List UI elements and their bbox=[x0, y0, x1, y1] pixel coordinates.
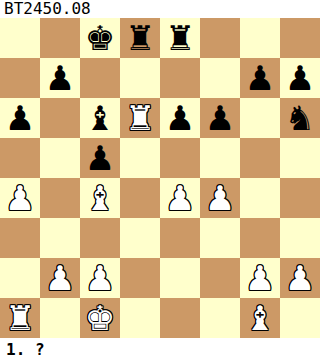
square-g4[interactable] bbox=[240, 178, 280, 218]
square-f3[interactable] bbox=[200, 218, 240, 258]
square-e3[interactable] bbox=[160, 218, 200, 258]
black-rook-e8[interactable]: ♜ bbox=[165, 18, 195, 58]
white-pawn-c2[interactable]: ♟ bbox=[85, 258, 115, 298]
square-a5[interactable] bbox=[0, 138, 40, 178]
square-e7[interactable] bbox=[160, 58, 200, 98]
square-h6[interactable]: ♞ bbox=[280, 98, 320, 138]
square-a8[interactable] bbox=[0, 18, 40, 58]
black-pawn-a6[interactable]: ♟ bbox=[5, 98, 35, 138]
white-rook-a1[interactable]: ♜ bbox=[5, 298, 35, 338]
square-f5[interactable] bbox=[200, 138, 240, 178]
move-prompt: 1. ? bbox=[0, 338, 320, 359]
square-h1[interactable] bbox=[280, 298, 320, 338]
square-d3[interactable] bbox=[120, 218, 160, 258]
square-f4[interactable]: ♟ bbox=[200, 178, 240, 218]
square-b4[interactable] bbox=[40, 178, 80, 218]
black-bishop-c6[interactable]: ♝ bbox=[85, 98, 115, 138]
square-e8[interactable]: ♜ bbox=[160, 18, 200, 58]
square-d4[interactable] bbox=[120, 178, 160, 218]
square-d7[interactable] bbox=[120, 58, 160, 98]
black-king-c8[interactable]: ♚ bbox=[85, 18, 115, 58]
square-b5[interactable] bbox=[40, 138, 80, 178]
square-h7[interactable]: ♟ bbox=[280, 58, 320, 98]
square-f8[interactable] bbox=[200, 18, 240, 58]
square-e6[interactable]: ♟ bbox=[160, 98, 200, 138]
square-a7[interactable] bbox=[0, 58, 40, 98]
black-pawn-h7[interactable]: ♟ bbox=[285, 58, 315, 98]
black-rook-d8[interactable]: ♜ bbox=[125, 18, 155, 58]
square-g2[interactable]: ♟ bbox=[240, 258, 280, 298]
black-pawn-g7[interactable]: ♟ bbox=[245, 58, 275, 98]
square-f1[interactable] bbox=[200, 298, 240, 338]
square-h8[interactable] bbox=[280, 18, 320, 58]
square-b7[interactable]: ♟ bbox=[40, 58, 80, 98]
white-king-c1[interactable]: ♚ bbox=[85, 298, 115, 338]
square-e4[interactable]: ♟ bbox=[160, 178, 200, 218]
black-pawn-f6[interactable]: ♟ bbox=[205, 98, 235, 138]
square-e5[interactable] bbox=[160, 138, 200, 178]
white-pawn-b2[interactable]: ♟ bbox=[45, 258, 75, 298]
white-bishop-c4[interactable]: ♝ bbox=[85, 178, 115, 218]
square-f2[interactable] bbox=[200, 258, 240, 298]
square-c7[interactable] bbox=[80, 58, 120, 98]
square-h2[interactable]: ♟ bbox=[280, 258, 320, 298]
square-b2[interactable]: ♟ bbox=[40, 258, 80, 298]
square-h3[interactable] bbox=[280, 218, 320, 258]
square-d5[interactable] bbox=[120, 138, 160, 178]
square-g5[interactable] bbox=[240, 138, 280, 178]
white-pawn-e4[interactable]: ♟ bbox=[165, 178, 195, 218]
square-h4[interactable] bbox=[280, 178, 320, 218]
square-f6[interactable]: ♟ bbox=[200, 98, 240, 138]
square-e2[interactable] bbox=[160, 258, 200, 298]
square-a2[interactable] bbox=[0, 258, 40, 298]
black-pawn-e6[interactable]: ♟ bbox=[165, 98, 195, 138]
square-g8[interactable] bbox=[240, 18, 280, 58]
white-rook-d6[interactable]: ♜ bbox=[125, 98, 155, 138]
square-c4[interactable]: ♝ bbox=[80, 178, 120, 218]
black-knight-h6[interactable]: ♞ bbox=[285, 98, 315, 138]
square-a4[interactable]: ♟ bbox=[0, 178, 40, 218]
square-b3[interactable] bbox=[40, 218, 80, 258]
square-c1[interactable]: ♚ bbox=[80, 298, 120, 338]
square-d2[interactable] bbox=[120, 258, 160, 298]
square-c8[interactable]: ♚ bbox=[80, 18, 120, 58]
white-pawn-g2[interactable]: ♟ bbox=[245, 258, 275, 298]
square-b1[interactable] bbox=[40, 298, 80, 338]
square-c3[interactable] bbox=[80, 218, 120, 258]
white-bishop-g1[interactable]: ♝ bbox=[245, 298, 275, 338]
square-d1[interactable] bbox=[120, 298, 160, 338]
white-pawn-a4[interactable]: ♟ bbox=[5, 178, 35, 218]
black-pawn-b7[interactable]: ♟ bbox=[45, 58, 75, 98]
square-g3[interactable] bbox=[240, 218, 280, 258]
white-pawn-f4[interactable]: ♟ bbox=[205, 178, 235, 218]
square-d6[interactable]: ♜ bbox=[120, 98, 160, 138]
square-e1[interactable] bbox=[160, 298, 200, 338]
square-a1[interactable]: ♜ bbox=[0, 298, 40, 338]
puzzle-title: BT2450.08 bbox=[0, 0, 320, 18]
white-pawn-h2[interactable]: ♟ bbox=[285, 258, 315, 298]
square-g6[interactable] bbox=[240, 98, 280, 138]
square-f7[interactable] bbox=[200, 58, 240, 98]
square-b8[interactable] bbox=[40, 18, 80, 58]
chess-board: ♚♜♜♟♟♟♟♝♜♟♟♞♟♟♝♟♟♟♟♟♟♜♚♝ bbox=[0, 18, 320, 338]
square-c5[interactable]: ♟ bbox=[80, 138, 120, 178]
square-h5[interactable] bbox=[280, 138, 320, 178]
square-b6[interactable] bbox=[40, 98, 80, 138]
square-a6[interactable]: ♟ bbox=[0, 98, 40, 138]
square-d8[interactable]: ♜ bbox=[120, 18, 160, 58]
square-g7[interactable]: ♟ bbox=[240, 58, 280, 98]
square-a3[interactable] bbox=[0, 218, 40, 258]
square-g1[interactable]: ♝ bbox=[240, 298, 280, 338]
black-pawn-c5[interactable]: ♟ bbox=[85, 138, 115, 178]
square-c2[interactable]: ♟ bbox=[80, 258, 120, 298]
square-c6[interactable]: ♝ bbox=[80, 98, 120, 138]
